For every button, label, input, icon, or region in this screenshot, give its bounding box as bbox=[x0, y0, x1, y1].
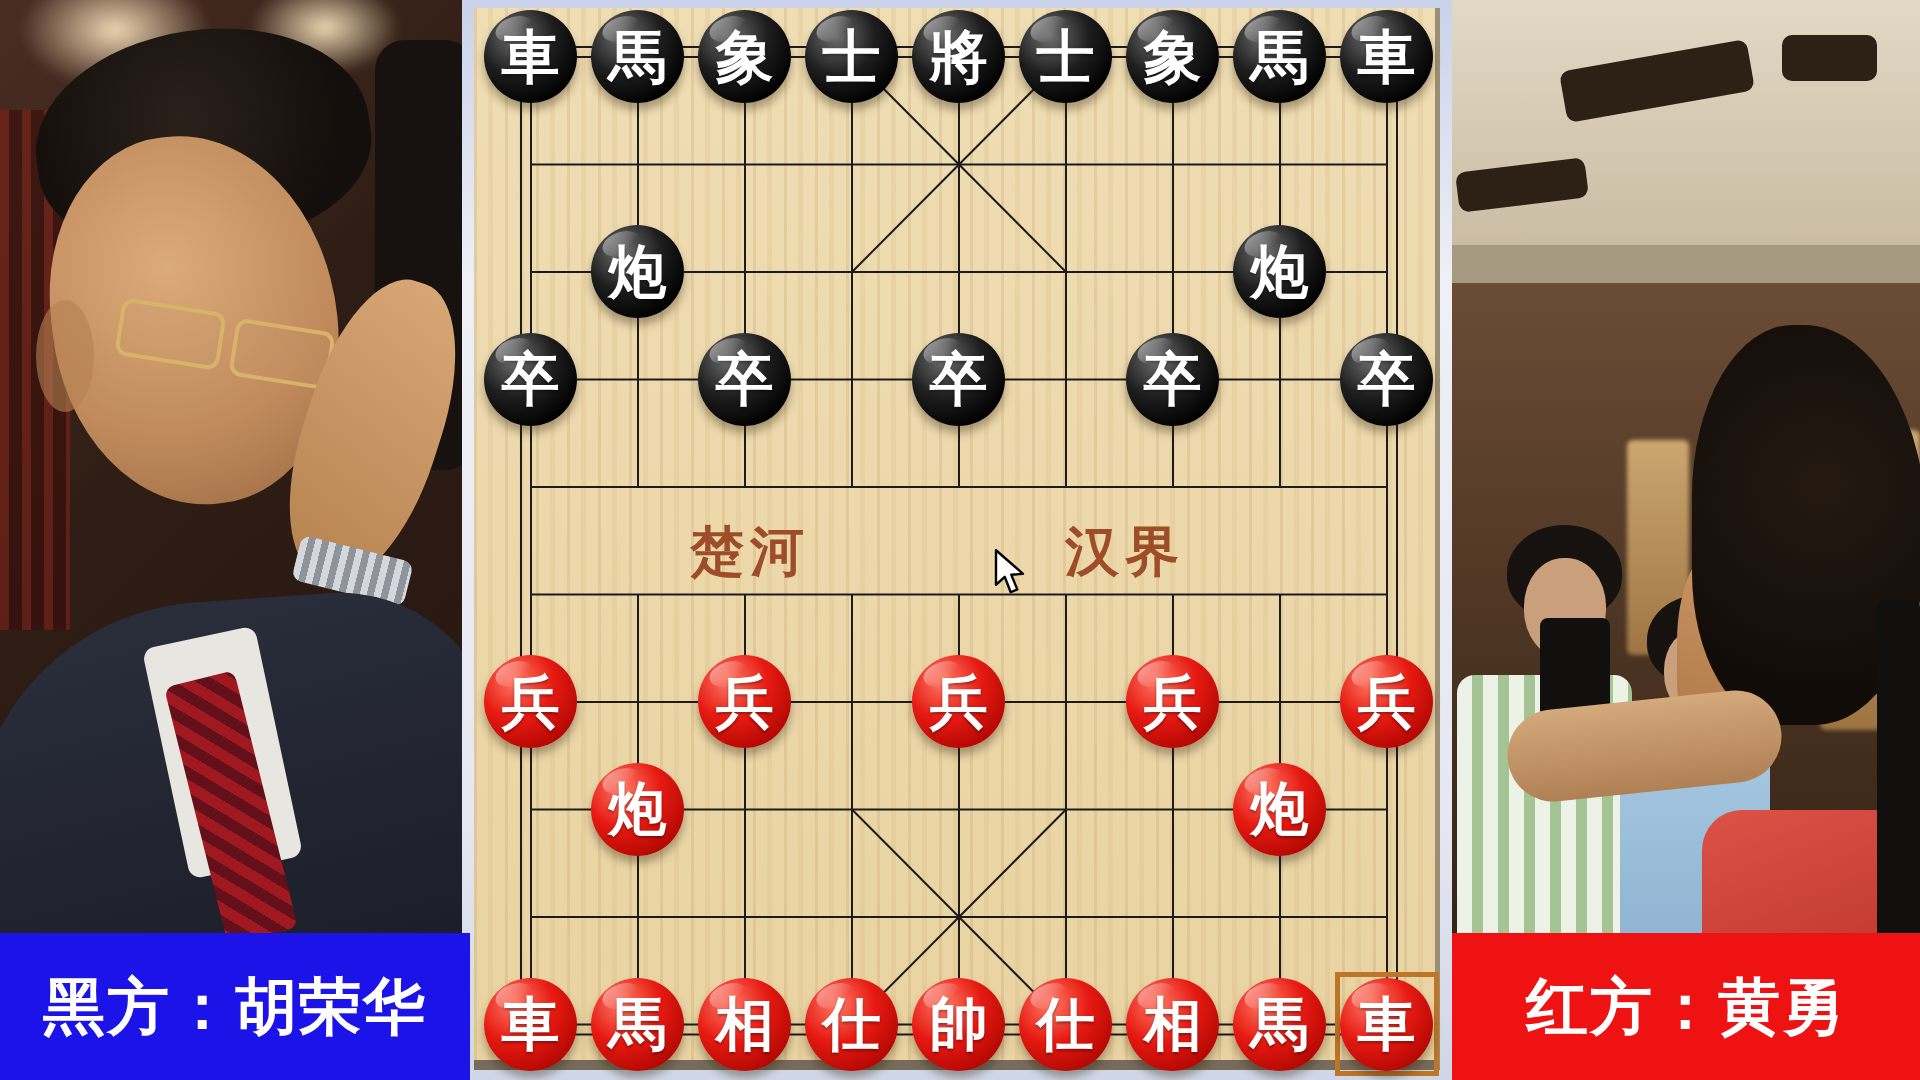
piece-black-士[interactable]: 士 bbox=[1019, 10, 1112, 103]
piece-red-車[interactable]: 車 bbox=[1340, 978, 1433, 1071]
red-player-banner: 红方：黄勇 bbox=[1452, 933, 1920, 1080]
piece-glyph: 馬 bbox=[1251, 995, 1309, 1053]
board-wood[interactable]: 楚河 汉界 車馬象士將士象馬車炮炮卒卒卒卒卒兵兵兵兵兵炮炮車馬相仕帥仕相馬車 bbox=[474, 8, 1440, 1070]
piece-red-相[interactable]: 相 bbox=[1126, 978, 1219, 1071]
piece-red-車[interactable]: 車 bbox=[484, 978, 577, 1071]
black-player-photo bbox=[0, 0, 462, 1080]
piece-red-兵[interactable]: 兵 bbox=[912, 655, 1005, 748]
screenshot-root: 楚河 汉界 車馬象士將士象馬車炮炮卒卒卒卒卒兵兵兵兵兵炮炮車馬相仕帥仕相馬車 黑… bbox=[0, 0, 1920, 1080]
piece-red-相[interactable]: 相 bbox=[698, 978, 791, 1071]
piece-black-象[interactable]: 象 bbox=[1126, 10, 1219, 103]
piece-glyph: 士 bbox=[1037, 28, 1095, 86]
piece-glyph: 炮 bbox=[609, 780, 667, 838]
piece-glyph: 帥 bbox=[930, 995, 988, 1053]
piece-black-卒[interactable]: 卒 bbox=[484, 333, 577, 426]
piece-red-仕[interactable]: 仕 bbox=[1019, 978, 1112, 1071]
piece-glyph: 車 bbox=[502, 995, 560, 1053]
piece-black-將[interactable]: 將 bbox=[912, 10, 1005, 103]
piece-glyph: 馬 bbox=[609, 995, 667, 1053]
red-player-photo bbox=[1452, 0, 1920, 1080]
ceiling-beam bbox=[1452, 245, 1920, 283]
piece-glyph: 馬 bbox=[609, 28, 667, 86]
piece-red-兵[interactable]: 兵 bbox=[1126, 655, 1219, 748]
xiangqi-board: 楚河 汉界 車馬象士將士象馬車炮炮卒卒卒卒卒兵兵兵兵兵炮炮車馬相仕帥仕相馬車 bbox=[462, 0, 1452, 1080]
piece-glyph: 相 bbox=[1144, 995, 1202, 1053]
piece-glyph: 馬 bbox=[1251, 28, 1309, 86]
piece-glyph: 象 bbox=[716, 28, 774, 86]
piece-black-卒[interactable]: 卒 bbox=[1126, 333, 1219, 426]
piece-black-炮[interactable]: 炮 bbox=[591, 225, 684, 318]
piece-glyph: 炮 bbox=[1251, 243, 1309, 301]
piece-glyph: 相 bbox=[716, 995, 774, 1053]
piece-red-炮[interactable]: 炮 bbox=[1233, 763, 1326, 856]
piece-glyph: 炮 bbox=[609, 243, 667, 301]
black-player-banner-text: 黑方：胡荣华 bbox=[43, 965, 427, 1049]
piece-glyph: 卒 bbox=[1144, 350, 1202, 408]
piece-red-帥[interactable]: 帥 bbox=[912, 978, 1005, 1071]
piece-grid: 車馬象士將士象馬車炮炮卒卒卒卒卒兵兵兵兵兵炮炮車馬相仕帥仕相馬車 bbox=[477, 3, 1440, 1078]
ear bbox=[36, 300, 94, 412]
ceiling-light-fixture bbox=[1782, 35, 1877, 81]
piece-glyph: 卒 bbox=[716, 350, 774, 408]
piece-glyph: 車 bbox=[1358, 28, 1416, 86]
piece-red-兵[interactable]: 兵 bbox=[698, 655, 791, 748]
red-player-banner-text: 红方：黄勇 bbox=[1526, 965, 1846, 1049]
black-player-banner: 黑方：胡荣华 bbox=[0, 933, 470, 1080]
piece-black-車[interactable]: 車 bbox=[484, 10, 577, 103]
piece-black-士[interactable]: 士 bbox=[805, 10, 898, 103]
mouse-cursor bbox=[993, 549, 1029, 595]
piece-black-炮[interactable]: 炮 bbox=[1233, 225, 1326, 318]
piece-glyph: 兵 bbox=[716, 673, 774, 731]
piece-glyph: 兵 bbox=[502, 673, 560, 731]
piece-black-卒[interactable]: 卒 bbox=[1340, 333, 1433, 426]
piece-black-象[interactable]: 象 bbox=[698, 10, 791, 103]
piece-glyph: 象 bbox=[1144, 28, 1202, 86]
piece-red-炮[interactable]: 炮 bbox=[591, 763, 684, 856]
piece-red-馬[interactable]: 馬 bbox=[591, 978, 684, 1071]
piece-glyph: 仕 bbox=[823, 995, 881, 1053]
piece-red-兵[interactable]: 兵 bbox=[1340, 655, 1433, 748]
piece-glyph: 卒 bbox=[1358, 350, 1416, 408]
piece-red-仕[interactable]: 仕 bbox=[805, 978, 898, 1071]
piece-glyph: 兵 bbox=[930, 673, 988, 731]
piece-glyph: 車 bbox=[502, 28, 560, 86]
piece-glyph: 卒 bbox=[930, 350, 988, 408]
piece-glyph: 兵 bbox=[1358, 673, 1416, 731]
piece-red-馬[interactable]: 馬 bbox=[1233, 978, 1326, 1071]
piece-glyph: 車 bbox=[1358, 995, 1416, 1053]
piece-black-卒[interactable]: 卒 bbox=[912, 333, 1005, 426]
piece-glyph: 將 bbox=[930, 28, 988, 86]
piece-black-馬[interactable]: 馬 bbox=[591, 10, 684, 103]
piece-glyph: 兵 bbox=[1144, 673, 1202, 731]
piece-glyph: 仕 bbox=[1037, 995, 1095, 1053]
piece-glyph: 炮 bbox=[1251, 780, 1309, 838]
piece-black-馬[interactable]: 馬 bbox=[1233, 10, 1326, 103]
piece-black-卒[interactable]: 卒 bbox=[698, 333, 791, 426]
piece-red-兵[interactable]: 兵 bbox=[484, 655, 577, 748]
piece-black-車[interactable]: 車 bbox=[1340, 10, 1433, 103]
piece-glyph: 卒 bbox=[502, 350, 560, 408]
piece-glyph: 士 bbox=[823, 28, 881, 86]
